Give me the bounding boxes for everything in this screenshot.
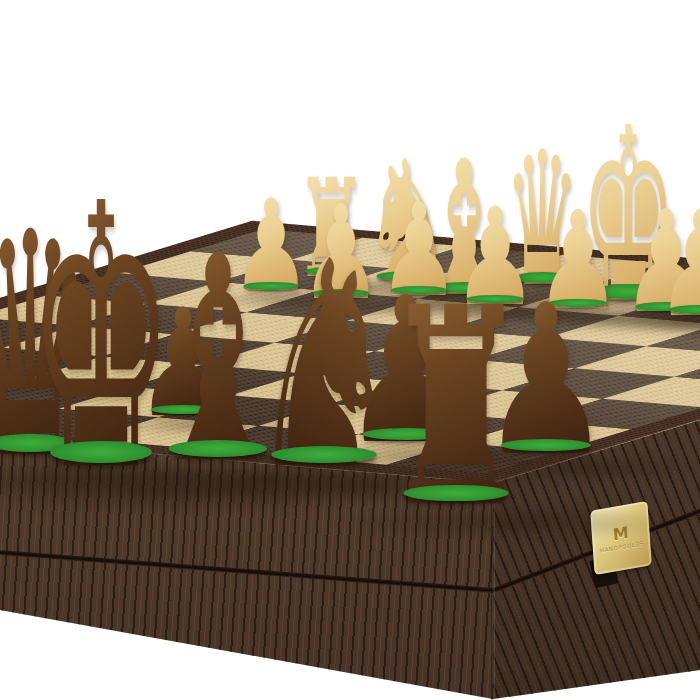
piece-white-pawn[interactable]: ♟ [636,191,700,337]
brand-name: MANOPOULOS [599,541,644,554]
chess-set-photo: M MANOPOULOS ♜♞♛♟♝♟♚♟♟♟♟♟♟♟♛♟♝♚♞♜ [0,0,700,700]
black-rook-glyph: ♜ [380,272,532,545]
black-king-glyph: ♚ [28,157,175,521]
piece-black-rook[interactable]: ♜ [334,272,579,545]
white-pawn-glyph: ♟ [655,191,700,337]
